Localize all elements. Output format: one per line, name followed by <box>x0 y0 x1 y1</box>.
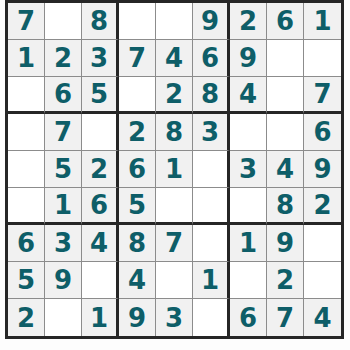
cell-r5c6[interactable] <box>193 151 230 188</box>
cell-r7c5[interactable]: 7 <box>156 225 193 262</box>
cell-r4c9[interactable]: 6 <box>304 114 341 151</box>
cell-r6c8[interactable]: 8 <box>267 188 304 225</box>
cell-r3c8[interactable] <box>267 77 304 114</box>
cell-r8c5[interactable] <box>156 262 193 299</box>
cell-r6c2[interactable]: 1 <box>45 188 82 225</box>
cell-r4c4[interactable]: 2 <box>119 114 156 151</box>
cell-r8c7[interactable] <box>230 262 267 299</box>
cell-r5c4[interactable]: 6 <box>119 151 156 188</box>
cell-r7c7[interactable]: 1 <box>230 225 267 262</box>
cell-r5c8[interactable]: 4 <box>267 151 304 188</box>
cell-r2c3[interactable]: 3 <box>82 40 119 77</box>
cell-r6c6[interactable] <box>193 188 230 225</box>
cell-r9c6[interactable] <box>193 299 230 336</box>
cell-r5c1[interactable] <box>8 151 45 188</box>
cell-r9c2[interactable] <box>45 299 82 336</box>
cell-r9c3[interactable]: 1 <box>82 299 119 336</box>
cell-r6c5[interactable] <box>156 188 193 225</box>
cell-r2c1[interactable]: 1 <box>8 40 45 77</box>
cell-r3c1[interactable] <box>8 77 45 114</box>
cell-r4c1[interactable] <box>8 114 45 151</box>
cell-r3c7[interactable]: 4 <box>230 77 267 114</box>
cell-r8c3[interactable] <box>82 262 119 299</box>
cell-r2c2[interactable]: 2 <box>45 40 82 77</box>
cell-r9c9[interactable]: 4 <box>304 299 341 336</box>
cell-r4c3[interactable] <box>82 114 119 151</box>
page: 7892611237469652847728365261349165826348… <box>0 0 350 350</box>
cell-r1c4[interactable] <box>119 3 156 40</box>
cell-r8c2[interactable]: 9 <box>45 262 82 299</box>
cell-r9c5[interactable]: 3 <box>156 299 193 336</box>
cell-r8c9[interactable] <box>304 262 341 299</box>
cell-r3c5[interactable]: 2 <box>156 77 193 114</box>
cell-r6c7[interactable] <box>230 188 267 225</box>
cell-r5c5[interactable]: 1 <box>156 151 193 188</box>
cell-r4c5[interactable]: 8 <box>156 114 193 151</box>
cell-r3c2[interactable]: 6 <box>45 77 82 114</box>
cell-r2c9[interactable] <box>304 40 341 77</box>
cell-r5c2[interactable]: 5 <box>45 151 82 188</box>
cell-r4c6[interactable]: 3 <box>193 114 230 151</box>
cell-r4c7[interactable] <box>230 114 267 151</box>
cell-r3c9[interactable]: 7 <box>304 77 341 114</box>
cell-r6c9[interactable]: 2 <box>304 188 341 225</box>
cell-r8c1[interactable]: 5 <box>8 262 45 299</box>
cell-r4c2[interactable]: 7 <box>45 114 82 151</box>
cell-r8c6[interactable]: 1 <box>193 262 230 299</box>
cell-r1c3[interactable]: 8 <box>82 3 119 40</box>
cell-r7c4[interactable]: 8 <box>119 225 156 262</box>
cell-r2c6[interactable]: 6 <box>193 40 230 77</box>
cell-r1c2[interactable] <box>45 3 82 40</box>
cell-r2c4[interactable]: 7 <box>119 40 156 77</box>
cell-r4c8[interactable] <box>267 114 304 151</box>
sudoku-board: 7892611237469652847728365261349165826348… <box>5 0 344 339</box>
cell-r1c7[interactable]: 2 <box>230 3 267 40</box>
cell-r6c1[interactable] <box>8 188 45 225</box>
cell-r3c4[interactable] <box>119 77 156 114</box>
cell-r9c7[interactable]: 6 <box>230 299 267 336</box>
cell-r8c8[interactable]: 2 <box>267 262 304 299</box>
cell-r1c1[interactable]: 7 <box>8 3 45 40</box>
cell-r7c9[interactable] <box>304 225 341 262</box>
cell-r2c5[interactable]: 4 <box>156 40 193 77</box>
cell-r2c8[interactable] <box>267 40 304 77</box>
cell-r7c8[interactable]: 9 <box>267 225 304 262</box>
cell-r3c6[interactable]: 8 <box>193 77 230 114</box>
cell-r3c3[interactable]: 5 <box>82 77 119 114</box>
cell-r5c7[interactable]: 3 <box>230 151 267 188</box>
cell-r8c4[interactable]: 4 <box>119 262 156 299</box>
cell-r7c6[interactable] <box>193 225 230 262</box>
cell-r6c4[interactable]: 5 <box>119 188 156 225</box>
cell-r1c5[interactable] <box>156 3 193 40</box>
cell-r7c1[interactable]: 6 <box>8 225 45 262</box>
cell-r2c7[interactable]: 9 <box>230 40 267 77</box>
cell-r1c8[interactable]: 6 <box>267 3 304 40</box>
cell-r5c9[interactable]: 9 <box>304 151 341 188</box>
cell-r7c3[interactable]: 4 <box>82 225 119 262</box>
cell-r9c8[interactable]: 7 <box>267 299 304 336</box>
cell-r5c3[interactable]: 2 <box>82 151 119 188</box>
cell-r1c9[interactable]: 1 <box>304 3 341 40</box>
cell-r9c1[interactable]: 2 <box>8 299 45 336</box>
cell-r1c6[interactable]: 9 <box>193 3 230 40</box>
cell-r9c4[interactable]: 9 <box>119 299 156 336</box>
cell-r7c2[interactable]: 3 <box>45 225 82 262</box>
cell-r6c3[interactable]: 6 <box>82 188 119 225</box>
